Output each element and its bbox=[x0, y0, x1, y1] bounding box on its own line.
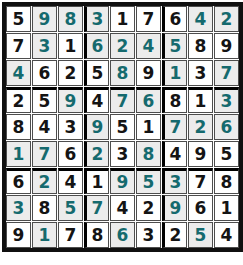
cell-r8c3[interactable]: 5 bbox=[58, 195, 83, 221]
cell-r2c3[interactable]: 1 bbox=[58, 33, 83, 59]
cell-r6c8[interactable]: 9 bbox=[188, 141, 213, 167]
cell-r6c6[interactable]: 8 bbox=[136, 141, 161, 167]
cell-r5c9[interactable]: 6 bbox=[214, 114, 239, 140]
cell-r1c8[interactable]: 4 bbox=[188, 6, 213, 32]
cell-r8c8[interactable]: 6 bbox=[188, 195, 213, 221]
cell-r7c8[interactable]: 7 bbox=[188, 168, 213, 194]
cell-r8c5[interactable]: 4 bbox=[110, 195, 135, 221]
cell-r5c8[interactable]: 2 bbox=[188, 114, 213, 140]
cell-r4c8[interactable]: 1 bbox=[188, 87, 213, 113]
cell-r1c5[interactable]: 1 bbox=[110, 6, 135, 32]
cell-r7c1[interactable]: 6 bbox=[6, 168, 31, 194]
cell-r3c3[interactable]: 2 bbox=[58, 60, 83, 86]
cell-r2c4[interactable]: 6 bbox=[84, 33, 109, 59]
cell-r4c7[interactable]: 8 bbox=[162, 87, 187, 113]
cell-r2c6[interactable]: 4 bbox=[136, 33, 161, 59]
cell-r1c3[interactable]: 8 bbox=[58, 6, 83, 32]
cell-r9c4[interactable]: 8 bbox=[84, 222, 109, 248]
cell-r8c4[interactable]: 7 bbox=[84, 195, 109, 221]
cell-r8c1[interactable]: 3 bbox=[6, 195, 31, 221]
cell-r5c2[interactable]: 4 bbox=[32, 114, 57, 140]
cell-r4c4[interactable]: 4 bbox=[84, 87, 109, 113]
page: 5983176427316245894625891372594768138439… bbox=[0, 0, 240, 265]
cell-r7c6[interactable]: 5 bbox=[136, 168, 161, 194]
cell-r9c3[interactable]: 7 bbox=[58, 222, 83, 248]
cell-r5c3[interactable]: 3 bbox=[58, 114, 83, 140]
cell-r5c1[interactable]: 8 bbox=[6, 114, 31, 140]
cell-r6c3[interactable]: 6 bbox=[58, 141, 83, 167]
cell-r4c3[interactable]: 9 bbox=[58, 87, 83, 113]
cell-r6c5[interactable]: 3 bbox=[110, 141, 135, 167]
cell-r2c5[interactable]: 2 bbox=[110, 33, 135, 59]
cell-r9c5[interactable]: 6 bbox=[110, 222, 135, 248]
cell-r5c6[interactable]: 1 bbox=[136, 114, 161, 140]
cell-r6c2[interactable]: 7 bbox=[32, 141, 57, 167]
cell-r9c7[interactable]: 2 bbox=[162, 222, 187, 248]
cell-r5c7[interactable]: 7 bbox=[162, 114, 187, 140]
cell-r7c7[interactable]: 3 bbox=[162, 168, 187, 194]
cell-r9c2[interactable]: 1 bbox=[32, 222, 57, 248]
cell-r7c2[interactable]: 2 bbox=[32, 168, 57, 194]
cell-r3c8[interactable]: 3 bbox=[188, 60, 213, 86]
cell-r9c8[interactable]: 5 bbox=[188, 222, 213, 248]
cell-r6c4[interactable]: 2 bbox=[84, 141, 109, 167]
cell-r7c5[interactable]: 9 bbox=[110, 168, 135, 194]
cell-r8c7[interactable]: 9 bbox=[162, 195, 187, 221]
cell-r7c9[interactable]: 8 bbox=[214, 168, 239, 194]
cell-r2c1[interactable]: 7 bbox=[6, 33, 31, 59]
cell-r3c5[interactable]: 8 bbox=[110, 60, 135, 86]
cell-r6c9[interactable]: 5 bbox=[214, 141, 239, 167]
cell-r8c2[interactable]: 8 bbox=[32, 195, 57, 221]
cell-r2c9[interactable]: 9 bbox=[214, 33, 239, 59]
cell-r1c6[interactable]: 7 bbox=[136, 6, 161, 32]
cell-r7c3[interactable]: 4 bbox=[58, 168, 83, 194]
cell-r9c9[interactable]: 4 bbox=[214, 222, 239, 248]
cell-r3c1[interactable]: 4 bbox=[6, 60, 31, 86]
cell-r8c6[interactable]: 2 bbox=[136, 195, 161, 221]
cell-r1c1[interactable]: 5 bbox=[6, 6, 31, 32]
cell-r5c4[interactable]: 9 bbox=[84, 114, 109, 140]
cell-r6c1[interactable]: 1 bbox=[6, 141, 31, 167]
cell-r1c7[interactable]: 6 bbox=[162, 6, 187, 32]
cell-r2c8[interactable]: 8 bbox=[188, 33, 213, 59]
cell-r3c7[interactable]: 1 bbox=[162, 60, 187, 86]
cell-r7c4[interactable]: 1 bbox=[84, 168, 109, 194]
cell-r2c7[interactable]: 5 bbox=[162, 33, 187, 59]
cell-r3c6[interactable]: 9 bbox=[136, 60, 161, 86]
cell-r3c9[interactable]: 7 bbox=[214, 60, 239, 86]
cell-r9c6[interactable]: 3 bbox=[136, 222, 161, 248]
cell-r9c1[interactable]: 9 bbox=[6, 222, 31, 248]
cell-r3c2[interactable]: 6 bbox=[32, 60, 57, 86]
cell-r1c4[interactable]: 3 bbox=[84, 6, 109, 32]
cell-r6c7[interactable]: 4 bbox=[162, 141, 187, 167]
cell-r1c9[interactable]: 2 bbox=[214, 6, 239, 32]
cell-r8c9[interactable]: 1 bbox=[214, 195, 239, 221]
cell-r3c4[interactable]: 5 bbox=[84, 60, 109, 86]
sudoku-board: 5983176427316245894625891372594768138439… bbox=[2, 2, 243, 252]
cell-r4c5[interactable]: 7 bbox=[110, 87, 135, 113]
cell-r4c2[interactable]: 5 bbox=[32, 87, 57, 113]
cell-r2c2[interactable]: 3 bbox=[32, 33, 57, 59]
cell-r1c2[interactable]: 9 bbox=[32, 6, 57, 32]
cell-r5c5[interactable]: 5 bbox=[110, 114, 135, 140]
cell-r4c9[interactable]: 3 bbox=[214, 87, 239, 113]
cell-r4c6[interactable]: 6 bbox=[136, 87, 161, 113]
cell-r4c1[interactable]: 2 bbox=[6, 87, 31, 113]
